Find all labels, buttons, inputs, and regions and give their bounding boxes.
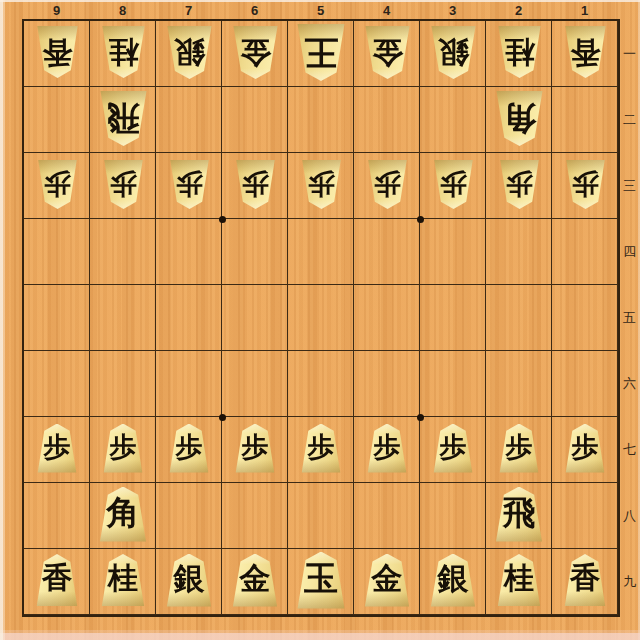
- square-7六[interactable]: [156, 351, 222, 417]
- piece-sente-桂-8九[interactable]: 桂: [101, 554, 146, 606]
- square-5九[interactable]: 玉: [288, 549, 354, 615]
- square-2八[interactable]: 飛: [486, 483, 552, 549]
- square-3七[interactable]: 歩: [420, 417, 486, 483]
- piece-sente-金-4九[interactable]: 金: [364, 554, 411, 607]
- square-2二[interactable]: 角: [486, 87, 552, 153]
- square-1三[interactable]: 歩: [552, 153, 618, 219]
- square-5一[interactable]: 王: [288, 21, 354, 87]
- piece-kanji: 歩: [44, 171, 71, 209]
- piece-kanji: 歩: [374, 424, 401, 460]
- piece-gote-飛-8二[interactable]: 飛: [99, 91, 148, 146]
- piece-sente-桂-2九[interactable]: 桂: [497, 554, 542, 606]
- piece-sente-歩-6七[interactable]: 歩: [235, 424, 276, 473]
- square-4六[interactable]: [354, 351, 420, 417]
- piece-kanji: 角: [503, 102, 536, 146]
- square-3五[interactable]: [420, 285, 486, 351]
- piece-sente-歩-4七[interactable]: 歩: [367, 424, 408, 473]
- square-9七[interactable]: 歩: [24, 417, 90, 483]
- piece-sente-歩-3七[interactable]: 歩: [433, 424, 474, 473]
- square-8六[interactable]: [90, 351, 156, 417]
- square-9三[interactable]: 歩: [24, 153, 90, 219]
- rank-label-4: 四: [619, 219, 640, 285]
- square-8五[interactable]: [90, 285, 156, 351]
- piece-kanji: 桂: [108, 554, 138, 593]
- square-1二[interactable]: [552, 87, 618, 153]
- piece-kanji: 歩: [308, 424, 335, 460]
- piece-kanji: 香: [42, 37, 72, 78]
- piece-gote-王-5一[interactable]: 王: [296, 24, 346, 81]
- file-label-2: 2: [486, 0, 552, 20]
- piece-kanji: 歩: [176, 424, 203, 460]
- rank-label-5: 五: [619, 285, 640, 351]
- file-label-5: 5: [288, 0, 354, 20]
- piece-kanji: 歩: [308, 171, 335, 209]
- piece-kanji: 歩: [110, 424, 137, 460]
- piece-sente-香-9九[interactable]: 香: [36, 554, 79, 606]
- square-7一[interactable]: 銀: [156, 21, 222, 87]
- square-7二[interactable]: [156, 87, 222, 153]
- piece-kanji: 歩: [506, 424, 533, 460]
- square-4五[interactable]: [354, 285, 420, 351]
- piece-sente-歩-9七[interactable]: 歩: [37, 424, 78, 473]
- piece-kanji: 飛: [107, 102, 140, 146]
- square-9四[interactable]: [24, 219, 90, 285]
- piece-gote-金-6一[interactable]: 金: [232, 26, 279, 79]
- piece-kanji: 歩: [572, 171, 599, 209]
- square-7九[interactable]: 銀: [156, 549, 222, 615]
- piece-kanji: 歩: [176, 171, 203, 209]
- piece-kanji: 歩: [440, 171, 467, 209]
- piece-kanji: 桂: [504, 554, 534, 593]
- square-2四[interactable]: [486, 219, 552, 285]
- piece-kanji: 玉: [304, 552, 338, 595]
- piece-kanji: 歩: [242, 171, 269, 209]
- piece-kanji: 銀: [174, 37, 205, 79]
- square-6四[interactable]: [222, 219, 288, 285]
- piece-kanji: 歩: [572, 424, 599, 460]
- piece-gote-歩-6三[interactable]: 歩: [235, 160, 276, 209]
- square-4九[interactable]: 金: [354, 549, 420, 615]
- square-1九[interactable]: 香: [552, 549, 618, 615]
- square-2七[interactable]: 歩: [486, 417, 552, 483]
- piece-kanji: 歩: [440, 424, 467, 460]
- square-7三[interactable]: 歩: [156, 153, 222, 219]
- square-9六[interactable]: [24, 351, 90, 417]
- piece-gote-銀-3一[interactable]: 銀: [430, 26, 477, 79]
- file-label-8: 8: [90, 0, 156, 20]
- piece-kanji: 歩: [506, 171, 533, 209]
- square-9八[interactable]: [24, 483, 90, 549]
- square-6五[interactable]: [222, 285, 288, 351]
- square-4二[interactable]: [354, 87, 420, 153]
- square-6三[interactable]: 歩: [222, 153, 288, 219]
- square-8二[interactable]: 飛: [90, 87, 156, 153]
- square-2九[interactable]: 桂: [486, 549, 552, 615]
- piece-kanji: 銀: [174, 554, 205, 594]
- square-2五[interactable]: [486, 285, 552, 351]
- square-9五[interactable]: [24, 285, 90, 351]
- piece-sente-銀-7九[interactable]: 銀: [166, 554, 213, 607]
- square-5六[interactable]: [288, 351, 354, 417]
- square-5四[interactable]: [288, 219, 354, 285]
- piece-gote-香-9一[interactable]: 香: [36, 26, 79, 78]
- rank-label-9: 九: [619, 549, 640, 615]
- piece-sente-香-1九[interactable]: 香: [564, 554, 607, 606]
- piece-gote-角-2二[interactable]: 角: [495, 91, 544, 146]
- shogi-app: 987654321 一二三四五六七八九 香桂銀金王金銀桂香飛角歩歩歩歩歩歩歩歩歩…: [0, 0, 640, 640]
- piece-kanji: 王: [304, 36, 338, 81]
- piece-gote-桂-8一[interactable]: 桂: [101, 26, 146, 78]
- piece-kanji: 飛: [503, 487, 536, 529]
- square-1五[interactable]: [552, 285, 618, 351]
- square-9二[interactable]: [24, 87, 90, 153]
- square-5五[interactable]: [288, 285, 354, 351]
- piece-sente-飛-2八[interactable]: 飛: [495, 487, 544, 542]
- square-6一[interactable]: 金: [222, 21, 288, 87]
- file-label-7: 7: [156, 0, 222, 20]
- piece-gote-歩-9三[interactable]: 歩: [37, 160, 78, 209]
- piece-gote-歩-2三[interactable]: 歩: [499, 160, 540, 209]
- piece-kanji: 銀: [438, 554, 469, 594]
- piece-kanji: 歩: [374, 171, 401, 209]
- rank-label-8: 八: [619, 483, 640, 549]
- piece-sente-歩-2七[interactable]: 歩: [499, 424, 540, 473]
- piece-gote-桂-2一[interactable]: 桂: [497, 26, 542, 78]
- piece-gote-香-1一[interactable]: 香: [564, 26, 607, 78]
- piece-kanji: 金: [372, 554, 403, 594]
- rank-label-1: 一: [619, 21, 640, 87]
- piece-gote-歩-3三[interactable]: 歩: [433, 160, 474, 209]
- piece-kanji: 歩: [44, 424, 71, 460]
- square-1一[interactable]: 香: [552, 21, 618, 87]
- piece-gote-歩-7三[interactable]: 歩: [169, 160, 210, 209]
- rank-labels: 一二三四五六七八九: [619, 21, 640, 615]
- piece-kanji: 銀: [438, 37, 469, 79]
- square-2六[interactable]: [486, 351, 552, 417]
- piece-kanji: 桂: [504, 37, 534, 78]
- file-label-4: 4: [354, 0, 420, 20]
- piece-sente-金-6九[interactable]: 金: [232, 554, 279, 607]
- square-7五[interactable]: [156, 285, 222, 351]
- piece-kanji: 桂: [108, 37, 138, 78]
- piece-gote-金-4一[interactable]: 金: [364, 26, 411, 79]
- square-1八[interactable]: [552, 483, 618, 549]
- file-label-3: 3: [420, 0, 486, 20]
- piece-kanji: 金: [240, 554, 271, 594]
- piece-sente-玉-5九[interactable]: 玉: [296, 552, 346, 609]
- piece-kanji: 歩: [242, 424, 269, 460]
- square-4八[interactable]: [354, 483, 420, 549]
- piece-gote-歩-5三[interactable]: 歩: [301, 160, 342, 209]
- square-4四[interactable]: [354, 219, 420, 285]
- square-8三[interactable]: 歩: [90, 153, 156, 219]
- square-6七[interactable]: 歩: [222, 417, 288, 483]
- square-6九[interactable]: 金: [222, 549, 288, 615]
- piece-kanji: 歩: [110, 171, 137, 209]
- piece-sente-銀-3九[interactable]: 銀: [430, 554, 477, 607]
- piece-gote-歩-1三[interactable]: 歩: [565, 160, 606, 209]
- square-1六[interactable]: [552, 351, 618, 417]
- square-5七[interactable]: 歩: [288, 417, 354, 483]
- file-label-1: 1: [552, 0, 618, 20]
- square-6八[interactable]: [222, 483, 288, 549]
- square-2一[interactable]: 桂: [486, 21, 552, 87]
- square-3八[interactable]: [420, 483, 486, 549]
- piece-kanji: 金: [372, 37, 403, 79]
- piece-kanji: 金: [240, 37, 271, 79]
- shogi-board[interactable]: 香桂銀金王金銀桂香飛角歩歩歩歩歩歩歩歩歩歩歩歩歩歩歩歩歩歩角飛香桂銀金玉金銀桂香: [22, 19, 620, 617]
- square-5二[interactable]: [288, 87, 354, 153]
- square-9一[interactable]: 香: [24, 21, 90, 87]
- rank-label-7: 七: [619, 417, 640, 483]
- piece-sente-角-8八[interactable]: 角: [99, 487, 148, 542]
- square-1四[interactable]: [552, 219, 618, 285]
- piece-sente-歩-5七[interactable]: 歩: [301, 424, 342, 473]
- square-2三[interactable]: 歩: [486, 153, 552, 219]
- square-1七[interactable]: 歩: [552, 417, 618, 483]
- square-4三[interactable]: 歩: [354, 153, 420, 219]
- piece-gote-歩-8三[interactable]: 歩: [103, 160, 144, 209]
- square-8一[interactable]: 桂: [90, 21, 156, 87]
- square-6二[interactable]: [222, 87, 288, 153]
- square-5三[interactable]: 歩: [288, 153, 354, 219]
- piece-sente-歩-1七[interactable]: 歩: [565, 424, 606, 473]
- square-3六[interactable]: [420, 351, 486, 417]
- square-7八[interactable]: [156, 483, 222, 549]
- rank-label-3: 三: [619, 153, 640, 219]
- square-4七[interactable]: 歩: [354, 417, 420, 483]
- square-5八[interactable]: [288, 483, 354, 549]
- piece-kanji: 香: [570, 37, 600, 78]
- square-7四[interactable]: [156, 219, 222, 285]
- file-labels: 987654321: [24, 0, 618, 20]
- piece-gote-歩-4三[interactable]: 歩: [367, 160, 408, 209]
- file-label-6: 6: [222, 0, 288, 20]
- piece-kanji: 角: [107, 487, 140, 529]
- square-3二[interactable]: [420, 87, 486, 153]
- piece-kanji: 香: [42, 554, 72, 593]
- square-3九[interactable]: 銀: [420, 549, 486, 615]
- square-7七[interactable]: 歩: [156, 417, 222, 483]
- square-8八[interactable]: 角: [90, 483, 156, 549]
- piece-gote-銀-7一[interactable]: 銀: [166, 26, 213, 79]
- piece-sente-歩-7七[interactable]: 歩: [169, 424, 210, 473]
- square-8九[interactable]: 桂: [90, 549, 156, 615]
- file-label-9: 9: [24, 0, 90, 20]
- piece-sente-歩-8七[interactable]: 歩: [103, 424, 144, 473]
- rank-label-2: 二: [619, 87, 640, 153]
- square-9九[interactable]: 香: [24, 549, 90, 615]
- piece-kanji: 香: [570, 554, 600, 593]
- square-8四[interactable]: [90, 219, 156, 285]
- square-6六[interactable]: [222, 351, 288, 417]
- square-3三[interactable]: 歩: [420, 153, 486, 219]
- rank-label-6: 六: [619, 351, 640, 417]
- square-3一[interactable]: 銀: [420, 21, 486, 87]
- square-4一[interactable]: 金: [354, 21, 420, 87]
- square-3四[interactable]: [420, 219, 486, 285]
- square-8七[interactable]: 歩: [90, 417, 156, 483]
